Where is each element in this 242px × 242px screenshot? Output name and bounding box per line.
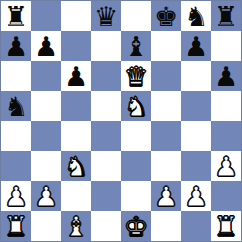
square-h4[interactable] [211, 121, 241, 151]
square-a7[interactable]: ♟ [1, 31, 31, 61]
black-rook[interactable]: ♜ [214, 3, 238, 30]
white-bishop[interactable]: ♝ [64, 213, 88, 240]
square-e7[interactable]: ♝ [121, 31, 151, 61]
square-c2[interactable] [61, 181, 91, 211]
square-c4[interactable] [61, 121, 91, 151]
square-h2[interactable] [211, 181, 241, 211]
square-c6[interactable]: ♟ [61, 61, 91, 91]
square-d6[interactable] [91, 61, 121, 91]
chess-board: ♜♛♚♞♜♟♟♝♟♟♛♟♞♞♞♟♟♟♟♟♜♝♚♜ [0, 0, 242, 242]
black-rook[interactable]: ♜ [4, 3, 28, 30]
white-knight[interactable]: ♞ [124, 93, 148, 120]
square-e8[interactable] [121, 1, 151, 31]
square-a4[interactable] [1, 121, 31, 151]
square-b3[interactable] [31, 151, 61, 181]
white-rook[interactable]: ♜ [214, 213, 238, 240]
square-f2[interactable]: ♟ [151, 181, 181, 211]
square-d4[interactable] [91, 121, 121, 151]
black-queen[interactable]: ♛ [94, 3, 118, 30]
black-bishop[interactable]: ♝ [124, 33, 148, 60]
square-f3[interactable] [151, 151, 181, 181]
black-pawn[interactable]: ♟ [34, 33, 58, 60]
square-f8[interactable]: ♚ [151, 1, 181, 31]
square-b5[interactable] [31, 91, 61, 121]
square-c8[interactable] [61, 1, 91, 31]
black-pawn[interactable]: ♟ [184, 33, 208, 60]
square-a3[interactable] [1, 151, 31, 181]
square-a1[interactable]: ♜ [1, 211, 31, 241]
square-e4[interactable] [121, 121, 151, 151]
square-a2[interactable]: ♟ [1, 181, 31, 211]
square-e6[interactable]: ♛ [121, 61, 151, 91]
black-king[interactable]: ♚ [154, 3, 178, 30]
black-pawn[interactable]: ♟ [214, 63, 238, 90]
square-b1[interactable] [31, 211, 61, 241]
square-c3[interactable]: ♞ [61, 151, 91, 181]
square-f7[interactable] [151, 31, 181, 61]
square-f6[interactable] [151, 61, 181, 91]
square-g7[interactable]: ♟ [181, 31, 211, 61]
black-pawn[interactable]: ♟ [4, 33, 28, 60]
white-queen[interactable]: ♛ [124, 63, 148, 90]
square-f5[interactable] [151, 91, 181, 121]
white-knight[interactable]: ♞ [64, 153, 88, 180]
white-king[interactable]: ♚ [124, 213, 148, 240]
square-b7[interactable]: ♟ [31, 31, 61, 61]
square-h5[interactable] [211, 91, 241, 121]
square-c5[interactable] [61, 91, 91, 121]
square-d1[interactable] [91, 211, 121, 241]
square-h6[interactable]: ♟ [211, 61, 241, 91]
square-f4[interactable] [151, 121, 181, 151]
square-b2[interactable]: ♟ [31, 181, 61, 211]
white-pawn[interactable]: ♟ [214, 153, 238, 180]
square-h8[interactable]: ♜ [211, 1, 241, 31]
square-e5[interactable]: ♞ [121, 91, 151, 121]
black-pawn[interactable]: ♟ [64, 63, 88, 90]
white-rook[interactable]: ♜ [4, 213, 28, 240]
black-knight[interactable]: ♞ [4, 93, 28, 120]
square-a8[interactable]: ♜ [1, 1, 31, 31]
square-g2[interactable]: ♟ [181, 181, 211, 211]
square-a5[interactable]: ♞ [1, 91, 31, 121]
white-pawn[interactable]: ♟ [34, 183, 58, 210]
square-d5[interactable] [91, 91, 121, 121]
square-d8[interactable]: ♛ [91, 1, 121, 31]
square-h3[interactable]: ♟ [211, 151, 241, 181]
square-g6[interactable] [181, 61, 211, 91]
square-c1[interactable]: ♝ [61, 211, 91, 241]
square-d7[interactable] [91, 31, 121, 61]
square-g8[interactable]: ♞ [181, 1, 211, 31]
square-b8[interactable] [31, 1, 61, 31]
square-a6[interactable] [1, 61, 31, 91]
black-knight[interactable]: ♞ [184, 3, 208, 30]
white-pawn[interactable]: ♟ [4, 183, 28, 210]
square-e1[interactable]: ♚ [121, 211, 151, 241]
square-g5[interactable] [181, 91, 211, 121]
square-h1[interactable]: ♜ [211, 211, 241, 241]
square-g3[interactable] [181, 151, 211, 181]
square-e2[interactable] [121, 181, 151, 211]
square-f1[interactable] [151, 211, 181, 241]
square-b6[interactable] [31, 61, 61, 91]
square-g4[interactable] [181, 121, 211, 151]
white-pawn[interactable]: ♟ [184, 183, 208, 210]
square-c7[interactable] [61, 31, 91, 61]
square-b4[interactable] [31, 121, 61, 151]
square-e3[interactable] [121, 151, 151, 181]
square-d3[interactable] [91, 151, 121, 181]
square-g1[interactable] [181, 211, 211, 241]
square-d2[interactable] [91, 181, 121, 211]
square-h7[interactable] [211, 31, 241, 61]
white-pawn[interactable]: ♟ [154, 183, 178, 210]
